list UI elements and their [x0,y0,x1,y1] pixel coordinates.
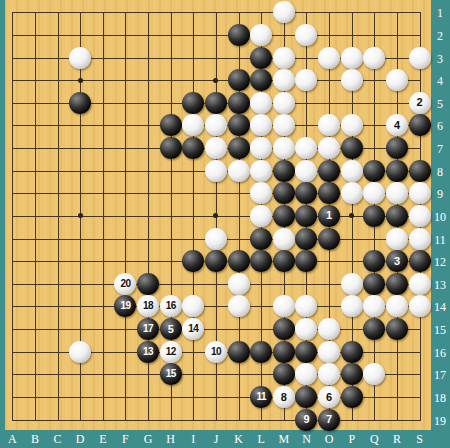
black-stone-L12[interactable] [250,250,272,272]
white-stone-Q3[interactable] [363,47,385,69]
black-stone-M8[interactable] [273,160,295,182]
column-label-F: F [122,433,129,445]
white-stone-M5[interactable] [273,92,295,114]
column-label-G: G [144,433,153,445]
column-label-O: O [325,433,334,445]
star-point [213,213,218,218]
column-label-L: L [258,433,265,445]
white-stone-R14[interactable] [386,295,408,317]
black-stone-N18[interactable] [295,386,317,408]
black-stone-N16[interactable] [295,341,317,363]
black-stone-L16[interactable] [250,341,272,363]
star-point [349,213,354,218]
white-stone-O3[interactable] [318,47,340,69]
white-stone-L8[interactable] [250,160,272,182]
white-stone-J11[interactable] [205,228,227,250]
column-label-A: A [8,433,17,445]
row-label-16: 16 [434,347,446,359]
move-number-label: 14 [188,324,198,334]
column-label-B: B [31,433,39,445]
white-stone-O17[interactable] [318,363,340,385]
black-stone-Q15[interactable] [363,318,385,340]
column-label-R: R [393,433,401,445]
row-label-4: 4 [437,75,443,87]
white-stone-M7[interactable] [273,137,295,159]
white-stone-I14[interactable] [182,295,204,317]
black-stone-K12[interactable] [228,250,250,272]
move-number-label: 13 [143,346,153,356]
white-stone-O6[interactable] [318,114,340,136]
white-stone-J7[interactable] [205,137,227,159]
black-stone-O9[interactable] [318,182,340,204]
white-stone-P8[interactable] [341,160,363,182]
black-stone-R10[interactable] [386,205,408,227]
move-number-label: 20 [120,278,130,288]
white-stone-H14-move-16[interactable]: 16 [160,295,182,317]
black-stone-H7[interactable] [160,137,182,159]
column-label-M: M [279,433,290,445]
black-stone-M16[interactable] [273,341,295,363]
white-stone-F13-move-20[interactable]: 20 [114,273,136,295]
black-stone-F14-move-19[interactable]: 19 [114,295,136,317]
white-stone-L9[interactable] [250,182,272,204]
move-number-label: 6 [326,391,332,402]
row-label-3: 3 [437,53,443,65]
move-number-label: 2 [417,97,423,108]
white-stone-S5-move-2[interactable]: 2 [409,92,431,114]
white-stone-Q9[interactable] [363,182,385,204]
row-label-10: 10 [434,211,446,223]
black-stone-K4[interactable] [228,69,250,91]
white-stone-J16-move-10[interactable]: 10 [205,341,227,363]
white-stone-K8[interactable] [228,160,250,182]
move-number-label: 19 [120,301,130,311]
white-stone-P9[interactable] [341,182,363,204]
column-label-Q: Q [370,433,379,445]
move-number-label: 8 [281,391,287,402]
row-label-5: 5 [437,98,443,110]
white-stone-S10[interactable] [409,205,431,227]
black-stone-Q10[interactable] [363,205,385,227]
black-stone-N19-move-9[interactable]: 9 [295,409,317,431]
black-stone-M12[interactable] [273,250,295,272]
move-number-label: 5 [168,323,174,334]
row-label-6: 6 [437,120,443,132]
black-stone-P16[interactable] [341,341,363,363]
row-label-15: 15 [434,324,446,336]
white-stone-H16-move-12[interactable]: 12 [160,341,182,363]
white-stone-M6[interactable] [273,114,295,136]
white-stone-P4[interactable] [341,69,363,91]
row-label-2: 2 [437,30,443,42]
black-stone-K2[interactable] [228,24,250,46]
black-stone-N9[interactable] [295,182,317,204]
white-stone-M14[interactable] [273,295,295,317]
white-stone-P14[interactable] [341,295,363,317]
star-point [78,213,83,218]
white-stone-G14-move-18[interactable]: 18 [137,295,159,317]
move-number-label: 17 [143,324,153,334]
white-stone-L10[interactable] [250,205,272,227]
black-stone-H15-move-5[interactable]: 5 [160,318,182,340]
white-stone-R6-move-4[interactable]: 4 [386,114,408,136]
white-stone-N8[interactable] [295,160,317,182]
star-point [213,78,218,83]
black-stone-O8[interactable] [318,160,340,182]
move-number-label: 12 [166,346,176,356]
white-stone-N17[interactable] [295,363,317,385]
column-label-E: E [99,433,106,445]
black-stone-P17[interactable] [341,363,363,385]
row-label-14: 14 [434,301,446,313]
black-stone-P7[interactable] [341,137,363,159]
move-number-label: 10 [211,346,221,356]
white-stone-M11[interactable] [273,228,295,250]
column-label-S: S [416,433,423,445]
move-number-label: 7 [326,414,332,425]
black-stone-R12-move-3[interactable]: 3 [386,250,408,272]
white-stone-R4[interactable] [386,69,408,91]
column-label-I: I [191,433,195,445]
row-label-13: 13 [434,279,446,291]
white-stone-O18-move-6[interactable]: 6 [318,386,340,408]
black-stone-Q12[interactable] [363,250,385,272]
black-stone-R7[interactable] [386,137,408,159]
black-stone-M10[interactable] [273,205,295,227]
black-stone-N12[interactable] [295,250,317,272]
white-stone-M4[interactable] [273,69,295,91]
row-label-12: 12 [434,256,446,268]
star-point [78,78,83,83]
black-stone-J12[interactable] [205,250,227,272]
row-label-1: 1 [437,7,443,19]
white-stone-M3[interactable] [273,47,295,69]
white-stone-K14[interactable] [228,295,250,317]
column-label-P: P [348,433,355,445]
black-stone-J5[interactable] [205,92,227,114]
black-stone-R13[interactable] [386,273,408,295]
black-stone-M17[interactable] [273,363,295,385]
move-number-label: 18 [143,301,153,311]
white-stone-D16[interactable] [69,341,91,363]
black-stone-H6[interactable] [160,114,182,136]
row-label-7: 7 [437,143,443,155]
white-stone-O16[interactable] [318,341,340,363]
black-stone-S6[interactable] [409,114,431,136]
move-number-label: 11 [256,392,266,402]
white-stone-S3[interactable] [409,47,431,69]
column-label-H: H [166,433,175,445]
black-stone-K7[interactable] [228,137,250,159]
column-label-C: C [54,433,62,445]
black-stone-G16-move-13[interactable]: 13 [137,341,159,363]
row-label-19: 19 [434,415,446,427]
white-stone-R9[interactable] [386,182,408,204]
white-stone-I15-move-14[interactable]: 14 [182,318,204,340]
black-stone-M9[interactable] [273,182,295,204]
black-stone-M15[interactable] [273,318,295,340]
black-stone-H17-move-15[interactable]: 15 [160,363,182,385]
black-stone-N11[interactable] [295,228,317,250]
go-board[interactable]: 2413201918161751413121015118697 [5,0,431,430]
white-stone-O15[interactable] [318,318,340,340]
white-stone-O7[interactable] [318,137,340,159]
white-stone-L6[interactable] [250,114,272,136]
black-stone-G13[interactable] [137,273,159,295]
black-stone-L4[interactable] [250,69,272,91]
black-stone-Q8[interactable] [363,160,385,182]
black-stone-O19-move-7[interactable]: 7 [318,409,340,431]
move-number-label: 1 [326,210,332,221]
white-stone-D3[interactable] [69,47,91,69]
black-stone-K6[interactable] [228,114,250,136]
white-stone-S13[interactable] [409,273,431,295]
white-stone-I6[interactable] [182,114,204,136]
black-stone-D5[interactable] [69,92,91,114]
white-stone-N15[interactable] [295,318,317,340]
white-stone-M18-move-8[interactable]: 8 [273,386,295,408]
white-stone-N7[interactable] [295,137,317,159]
black-stone-G15-move-17[interactable]: 17 [137,318,159,340]
white-stone-Q14[interactable] [363,295,385,317]
white-stone-S11[interactable] [409,228,431,250]
move-number-label: 9 [303,414,309,425]
move-number-label: 4 [394,119,400,130]
black-stone-S8[interactable] [409,160,431,182]
column-label-J: J [214,433,219,445]
move-number-label: 3 [394,255,400,266]
go-diagram: 2413201918161751413121015118697 12345678… [0,0,450,448]
row-label-18: 18 [434,392,446,404]
white-stone-J8[interactable] [205,160,227,182]
grid-line-h [12,329,420,330]
black-stone-N10[interactable] [295,205,317,227]
white-stone-J6[interactable] [205,114,227,136]
move-number-label: 16 [166,301,176,311]
black-stone-R15[interactable] [386,318,408,340]
black-stone-L18-move-11[interactable]: 11 [250,386,272,408]
column-label-D: D [76,433,85,445]
black-stone-R8[interactable] [386,160,408,182]
white-stone-L5[interactable] [250,92,272,114]
white-stone-Q17[interactable] [363,363,385,385]
black-stone-O10-move-1[interactable]: 1 [318,205,340,227]
row-label-11: 11 [434,234,446,246]
white-stone-R11[interactable] [386,228,408,250]
white-stone-S9[interactable] [409,182,431,204]
black-stone-K5[interactable] [228,92,250,114]
white-stone-P13[interactable] [341,273,363,295]
white-stone-N2[interactable] [295,24,317,46]
black-stone-S12[interactable] [409,250,431,272]
black-stone-K16[interactable] [228,341,250,363]
row-label-17: 17 [434,369,446,381]
black-stone-O11[interactable] [318,228,340,250]
grid-line-h [12,420,420,421]
column-label-N: N [302,433,311,445]
black-stone-I5[interactable] [182,92,204,114]
white-stone-N14[interactable] [295,295,317,317]
black-stone-P18[interactable] [341,386,363,408]
white-stone-L7[interactable] [250,137,272,159]
white-stone-P6[interactable] [341,114,363,136]
white-stone-L2[interactable] [250,24,272,46]
row-label-9: 9 [437,188,443,200]
black-stone-Q13[interactable] [363,273,385,295]
black-stone-L3[interactable] [250,47,272,69]
white-stone-K13[interactable] [228,273,250,295]
black-stone-I7[interactable] [182,137,204,159]
white-stone-N4[interactable] [295,69,317,91]
black-stone-L11[interactable] [250,228,272,250]
white-stone-M1[interactable] [273,1,295,23]
row-label-8: 8 [437,166,443,178]
column-label-K: K [234,433,243,445]
white-stone-S14[interactable] [409,295,431,317]
move-number-label: 15 [166,369,176,379]
white-stone-P3[interactable] [341,47,363,69]
black-stone-I12[interactable] [182,250,204,272]
